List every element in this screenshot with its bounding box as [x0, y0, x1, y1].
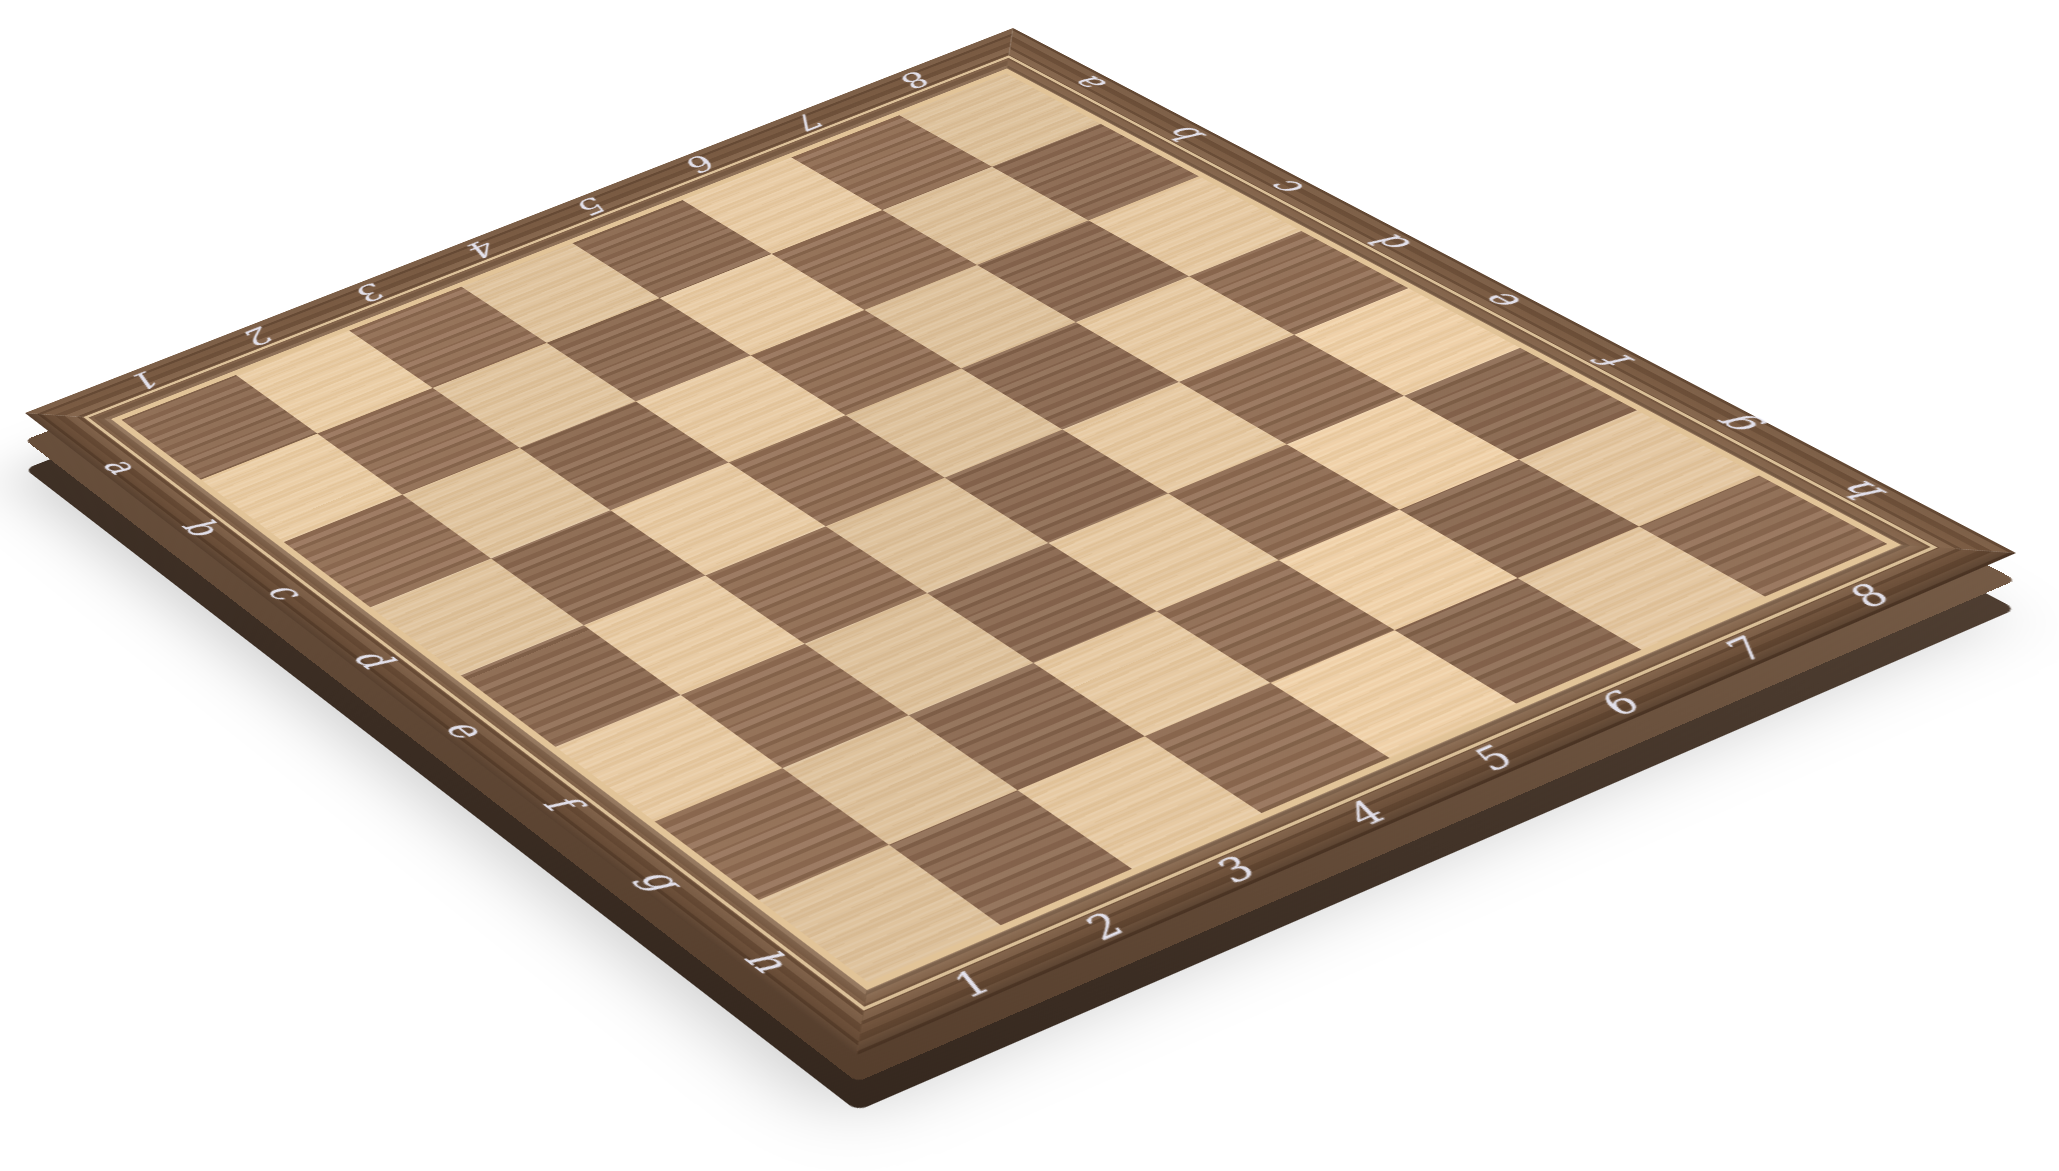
- product-photo-canvas: 11aa22bb33cc44dd55ee66ff77gg88hh: [0, 0, 2059, 1171]
- playing-field: [111, 68, 1901, 990]
- chessboard: 11aa22bb33cc44dd55ee66ff77gg88hh: [25, 28, 2016, 1055]
